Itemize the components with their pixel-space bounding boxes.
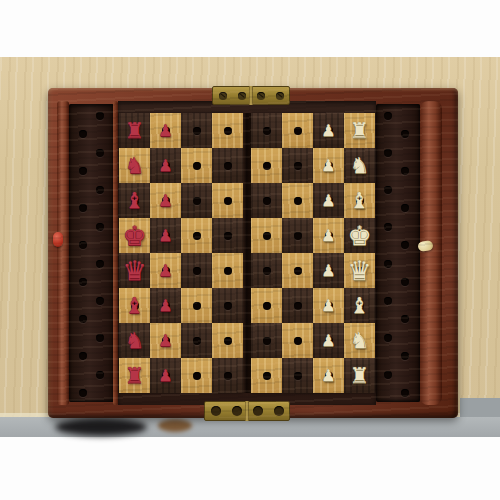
- square[interactable]: ♝: [344, 288, 375, 323]
- tray-peg-hole: [96, 334, 104, 342]
- white-pawn[interactable]: ♟: [321, 228, 335, 244]
- square[interactable]: ♝: [119, 183, 150, 218]
- tray-peg-hole: [384, 186, 392, 194]
- tray-peg-hole: [96, 112, 104, 120]
- blurred-object: [158, 419, 192, 432]
- square[interactable]: [212, 358, 243, 393]
- screw-icon: [219, 92, 227, 100]
- square[interactable]: [251, 148, 282, 183]
- peg-hole: [193, 337, 201, 345]
- red-queen[interactable]: ♛: [122, 257, 146, 284]
- square[interactable]: [181, 183, 212, 218]
- square[interactable]: [251, 358, 282, 393]
- tray-peg-hole: [96, 149, 104, 157]
- square[interactable]: ♞: [344, 323, 375, 358]
- screw-icon: [238, 92, 246, 100]
- tray-peg-hole: [401, 167, 409, 175]
- white-pawn[interactable]: ♟: [321, 333, 335, 349]
- square[interactable]: [251, 183, 282, 218]
- tray-peg-hole: [96, 297, 104, 305]
- screw-icon: [276, 92, 284, 100]
- tray-peg-hole: [96, 223, 104, 231]
- peg-hole: [224, 302, 232, 310]
- square[interactable]: [212, 288, 243, 323]
- tray-peg-hole: [96, 260, 104, 268]
- peg-hole: [263, 302, 271, 310]
- board-fold-line: [243, 113, 251, 393]
- white-pawn[interactable]: ♟: [321, 123, 335, 139]
- red-pawn[interactable]: ♟: [158, 123, 172, 139]
- square[interactable]: [212, 183, 243, 218]
- square[interactable]: ♟: [313, 288, 344, 323]
- square[interactable]: [212, 218, 243, 253]
- chess-box: ♜♟♞♟♝♟♚♟♛♟♝♟♞♟♜♟ ♟♜♟♞♟♝♟♚♟♛♟♝♟♞♟♜: [48, 88, 458, 418]
- square[interactable]: [282, 358, 313, 393]
- tray-peg-hole: [401, 389, 409, 397]
- square[interactable]: ♟: [313, 253, 344, 288]
- white-queen[interactable]: ♛: [347, 257, 371, 284]
- square[interactable]: [212, 113, 243, 148]
- red-pawn[interactable]: ♟: [158, 298, 172, 314]
- screw-icon: [274, 406, 284, 416]
- white-bishop[interactable]: ♝: [350, 295, 370, 317]
- left-outer-rail: [57, 101, 69, 405]
- white-knight[interactable]: ♞: [350, 155, 370, 177]
- square[interactable]: ♝: [344, 183, 375, 218]
- tray-peg-hole: [79, 352, 87, 360]
- red-pawn[interactable]: ♟: [158, 158, 172, 174]
- tray-peg-hole: [401, 278, 409, 286]
- square[interactable]: [282, 218, 313, 253]
- peg-hole: [294, 127, 302, 135]
- tray-peg-hole: [79, 389, 87, 397]
- peg-hole: [263, 232, 271, 240]
- gray-floor-right: [460, 398, 500, 418]
- square[interactable]: [181, 218, 212, 253]
- red-pawn[interactable]: ♟: [158, 333, 172, 349]
- square[interactable]: [251, 323, 282, 358]
- red-king[interactable]: ♚: [122, 222, 146, 249]
- red-pawn[interactable]: ♟: [158, 193, 172, 209]
- peg-hole: [224, 162, 232, 170]
- peg-hole: [224, 232, 232, 240]
- square[interactable]: ♝: [119, 288, 150, 323]
- tray-peg-hole: [79, 278, 87, 286]
- tray-peg-hole: [96, 371, 104, 379]
- peg-hole: [263, 267, 271, 275]
- square[interactable]: ♞: [119, 323, 150, 358]
- peg-hole: [193, 232, 201, 240]
- right-inner-rail: [420, 101, 442, 405]
- square[interactable]: ♞: [344, 148, 375, 183]
- tray-peg-hole: [79, 204, 87, 212]
- chess-board: ♜♟♞♟♝♟♚♟♛♟♝♟♞♟♜♟ ♟♜♟♞♟♝♟♚♟♛♟♝♟♞♟♜: [119, 113, 375, 393]
- board-left-half: ♜♟♞♟♝♟♚♟♛♟♝♟♞♟♜♟: [119, 113, 243, 393]
- peg-hole: [193, 302, 201, 310]
- tray-peg-hole: [96, 186, 104, 194]
- peg-hole: [294, 302, 302, 310]
- peg-hole: [224, 197, 232, 205]
- white-king[interactable]: ♚: [347, 222, 371, 249]
- brass-hinge-bottom: [204, 401, 290, 421]
- tray-peg-hole: [401, 352, 409, 360]
- hinge-knuckle: [245, 401, 249, 421]
- square[interactable]: [181, 113, 212, 148]
- tray-peg-hole: [79, 315, 87, 323]
- square[interactable]: ♟: [150, 253, 181, 288]
- red-rook[interactable]: ♜: [125, 120, 145, 142]
- square[interactable]: ♛: [119, 253, 150, 288]
- board-right-half: ♟♜♟♞♟♝♟♚♟♛♟♝♟♞♟♜: [251, 113, 375, 393]
- red-bishop[interactable]: ♝: [125, 190, 145, 212]
- square[interactable]: ♟: [150, 148, 181, 183]
- white-knight[interactable]: ♞: [350, 330, 370, 352]
- square[interactable]: ♜: [344, 113, 375, 148]
- square[interactable]: [282, 288, 313, 323]
- white-bishop[interactable]: ♝: [350, 190, 370, 212]
- square[interactable]: ♟: [313, 148, 344, 183]
- peg-hole: [193, 127, 201, 135]
- square[interactable]: [251, 113, 282, 148]
- red-knight[interactable]: ♞: [125, 155, 145, 177]
- square[interactable]: [212, 323, 243, 358]
- square[interactable]: [212, 148, 243, 183]
- red-bishop[interactable]: ♝: [125, 295, 145, 317]
- peg-hole: [294, 232, 302, 240]
- square[interactable]: [282, 113, 313, 148]
- peg-hole: [263, 197, 271, 205]
- screw-icon: [257, 92, 265, 100]
- square[interactable]: [282, 148, 313, 183]
- hinge-knuckle: [249, 86, 253, 105]
- white-pawn[interactable]: ♟: [321, 158, 335, 174]
- screw-icon: [211, 406, 221, 416]
- peg-hole: [224, 337, 232, 345]
- red-pawn[interactable]: ♟: [158, 263, 172, 279]
- tray-peg-hole: [384, 223, 392, 231]
- square[interactable]: ♟: [150, 218, 181, 253]
- peg-hole: [294, 267, 302, 275]
- square[interactable]: ♟: [150, 288, 181, 323]
- peg-hole: [224, 127, 232, 135]
- tray-peg-hole: [79, 241, 87, 249]
- white-pawn[interactable]: ♟: [321, 263, 335, 279]
- square[interactable]: [282, 183, 313, 218]
- photo-of-travel-chess-set: ♜♟♞♟♝♟♚♟♛♟♝♟♞♟♜♟ ♟♜♟♞♟♝♟♚♟♛♟♝♟♞♟♜: [0, 0, 500, 500]
- peg-hole: [294, 337, 302, 345]
- tray-peg-hole: [384, 371, 392, 379]
- square[interactable]: [181, 358, 212, 393]
- square[interactable]: [251, 288, 282, 323]
- square[interactable]: ♟: [313, 323, 344, 358]
- peg-hole: [294, 162, 302, 170]
- peg-hole: [193, 372, 201, 380]
- square[interactable]: [251, 253, 282, 288]
- tray-peg-hole: [384, 112, 392, 120]
- peg-hole: [263, 337, 271, 345]
- tray-peg-hole: [401, 204, 409, 212]
- square[interactable]: [181, 288, 212, 323]
- peg-hole: [193, 162, 201, 170]
- peg-hole: [263, 372, 271, 380]
- white-rook[interactable]: ♜: [350, 120, 370, 142]
- tray-peg-hole: [384, 149, 392, 157]
- square[interactable]: [251, 218, 282, 253]
- square[interactable]: ♟: [150, 323, 181, 358]
- tray-peg-hole: [79, 130, 87, 138]
- square[interactable]: ♟: [313, 358, 344, 393]
- square[interactable]: ♜: [119, 358, 150, 393]
- square[interactable]: [282, 323, 313, 358]
- left-storage-tray: [57, 101, 118, 405]
- square[interactable]: ♚: [344, 218, 375, 253]
- right-storage-tray: [376, 101, 450, 405]
- shadow-under-table: [55, 418, 147, 436]
- tray-peg-hole: [384, 297, 392, 305]
- square[interactable]: [181, 323, 212, 358]
- peg-hole: [294, 372, 302, 380]
- screw-icon: [232, 406, 242, 416]
- tray-peg-hole: [401, 130, 409, 138]
- square[interactable]: ♟: [150, 358, 181, 393]
- tray-peg-hole: [401, 241, 409, 249]
- tray-peg-hole: [384, 334, 392, 342]
- peg-hole: [224, 267, 232, 275]
- peg-hole: [263, 162, 271, 170]
- board-recess: ♜♟♞♟♝♟♚♟♛♟♝♟♞♟♜♟ ♟♜♟♞♟♝♟♚♟♛♟♝♟♞♟♜: [118, 101, 376, 405]
- peg-hole: [193, 267, 201, 275]
- red-rook[interactable]: ♜: [125, 365, 145, 387]
- square[interactable]: ♟: [150, 113, 181, 148]
- peg-hole: [193, 197, 201, 205]
- square[interactable]: ♛: [344, 253, 375, 288]
- tray-peg-hole: [79, 167, 87, 175]
- tray-peg-hole: [384, 260, 392, 268]
- white-pawn[interactable]: ♟: [321, 298, 335, 314]
- peg-hole: [224, 372, 232, 380]
- square[interactable]: ♜: [119, 113, 150, 148]
- white-rook[interactable]: ♜: [350, 365, 370, 387]
- peg-hole: [294, 197, 302, 205]
- red-pawn[interactable]: ♟: [158, 368, 172, 384]
- screw-icon: [253, 406, 263, 416]
- square[interactable]: ♟: [313, 183, 344, 218]
- square[interactable]: [181, 253, 212, 288]
- red-knight[interactable]: ♞: [125, 330, 145, 352]
- white-pawn[interactable]: ♟: [321, 368, 335, 384]
- square[interactable]: ♜: [344, 358, 375, 393]
- square[interactable]: [212, 253, 243, 288]
- left-tray-panel: [69, 104, 114, 402]
- square[interactable]: ♟: [150, 183, 181, 218]
- square[interactable]: [282, 253, 313, 288]
- square[interactable]: ♟: [313, 218, 344, 253]
- right-tray-panel: [376, 104, 420, 402]
- square[interactable]: [181, 148, 212, 183]
- white-pawn[interactable]: ♟: [321, 193, 335, 209]
- brass-hinge-top: [212, 86, 290, 105]
- red-latch-peg[interactable]: [53, 232, 63, 247]
- peg-hole: [263, 127, 271, 135]
- square[interactable]: ♟: [313, 113, 344, 148]
- red-pawn[interactable]: ♟: [158, 228, 172, 244]
- tray-peg-hole: [401, 315, 409, 323]
- square[interactable]: ♞: [119, 148, 150, 183]
- square[interactable]: ♚: [119, 218, 150, 253]
